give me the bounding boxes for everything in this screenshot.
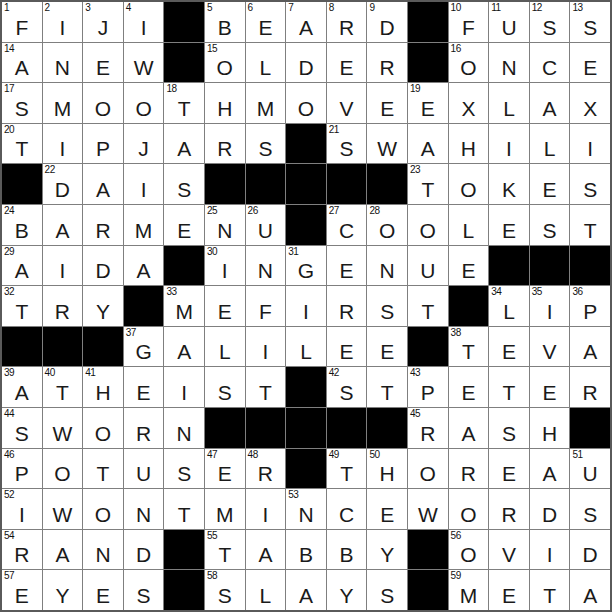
grid-cell[interactable]: E — [83, 570, 123, 610]
grid-cell[interactable]: A — [449, 408, 489, 448]
grid-cell[interactable]: W — [124, 43, 164, 83]
cell-letter: C — [327, 220, 367, 241]
grid-cell[interactable]: U — [408, 246, 448, 286]
grid-cell[interactable]: A — [83, 164, 123, 204]
grid-cell[interactable]: T — [164, 489, 204, 529]
black-cell — [408, 570, 448, 610]
grid-cell[interactable]: R — [124, 408, 164, 448]
cell-letter: U — [570, 463, 610, 484]
cell-letter: S — [246, 138, 286, 159]
grid-cell[interactable]: E — [449, 246, 489, 286]
cell-number: 22 — [45, 164, 55, 176]
grid-cell[interactable]: E — [367, 489, 407, 529]
grid-cell[interactable]: E — [367, 83, 407, 123]
grid-cell[interactable]: X — [449, 83, 489, 123]
grid-cell[interactable]: K — [489, 164, 529, 204]
grid-cell[interactable]: D — [570, 530, 610, 570]
grid-cell[interactable]: F — [246, 286, 286, 326]
cell-number: 18 — [166, 83, 176, 95]
cell-number: 33 — [166, 286, 176, 298]
black-cell — [408, 327, 448, 367]
grid-cell[interactable]: A — [164, 327, 204, 367]
grid-cell[interactable]: 41H — [83, 367, 123, 407]
crossword-grid: 1F2I3J4I5B6E7A8R9D10F11U12S13S14ANEW15OL… — [0, 0, 612, 612]
grid-cell[interactable]: E — [570, 43, 610, 83]
grid-cell[interactable]: E — [530, 164, 570, 204]
grid-cell[interactable]: Y — [367, 530, 407, 570]
cell-number: 5 — [207, 2, 212, 14]
grid-cell[interactable]: S — [205, 367, 245, 407]
cell-number: 37 — [126, 327, 136, 339]
grid-cell[interactable]: I — [43, 124, 83, 164]
grid-cell[interactable]: 45R — [408, 408, 448, 448]
grid-cell[interactable]: H — [530, 408, 570, 448]
grid-cell[interactable]: M — [124, 205, 164, 245]
grid-cell[interactable]: S — [164, 164, 204, 204]
cell-letter: F — [2, 17, 42, 38]
grid-cell[interactable]: W — [43, 489, 83, 529]
grid-cell[interactable]: 57E — [2, 570, 42, 610]
grid-cell[interactable]: T — [570, 205, 610, 245]
grid-cell[interactable]: I — [164, 367, 204, 407]
grid-cell[interactable]: I — [530, 530, 570, 570]
black-cell — [449, 286, 489, 326]
cell-number: 45 — [410, 408, 420, 420]
grid-cell[interactable]: V — [489, 530, 529, 570]
grid-cell[interactable]: 8R — [327, 2, 367, 42]
grid-cell[interactable]: I — [246, 489, 286, 529]
cell-letter: J — [124, 138, 164, 159]
grid-cell[interactable]: T — [408, 286, 448, 326]
grid-cell[interactable]: E — [327, 246, 367, 286]
grid-cell[interactable]: 55T — [205, 530, 245, 570]
grid-cell[interactable]: L — [286, 327, 326, 367]
grid-cell[interactable]: L — [205, 327, 245, 367]
grid-cell[interactable]: I — [570, 124, 610, 164]
black-cell — [246, 408, 286, 448]
black-cell — [408, 2, 448, 42]
cell-letter: T — [367, 382, 407, 403]
grid-cell[interactable]: E — [205, 286, 245, 326]
cell-letter: N — [367, 260, 407, 281]
grid-cell[interactable]: L — [246, 570, 286, 610]
grid-cell[interactable]: C — [327, 489, 367, 529]
grid-cell[interactable]: S — [164, 449, 204, 489]
grid-cell[interactable]: E — [327, 327, 367, 367]
grid-cell[interactable]: S — [570, 489, 610, 529]
grid-cell[interactable]: N — [246, 246, 286, 286]
cell-letter: P — [83, 138, 123, 159]
grid-cell[interactable]: 24B — [2, 205, 42, 245]
grid-cell[interactable]: A — [246, 530, 286, 570]
grid-cell[interactable]: W — [408, 489, 448, 529]
grid-cell[interactable]: T — [83, 449, 123, 489]
grid-cell[interactable]: 52I — [2, 489, 42, 529]
cell-letter: S — [2, 423, 42, 444]
cell-letter: M — [205, 504, 245, 525]
grid-cell[interactable]: L — [530, 124, 570, 164]
grid-cell[interactable]: E — [489, 205, 529, 245]
cell-letter: A — [43, 544, 83, 565]
cell-letter: N — [164, 423, 204, 444]
cell-letter: Y — [83, 301, 123, 322]
grid-cell[interactable]: N — [124, 489, 164, 529]
grid-cell[interactable]: H — [205, 83, 245, 123]
grid-cell[interactable]: L — [489, 83, 529, 123]
grid-cell[interactable]: E — [449, 367, 489, 407]
grid-cell[interactable]: O — [286, 83, 326, 123]
grid-cell[interactable]: E — [489, 327, 529, 367]
cell-letter: I — [2, 504, 42, 525]
cell-letter: O — [408, 463, 448, 484]
grid-cell[interactable]: D — [83, 246, 123, 286]
grid-cell[interactable]: L — [246, 43, 286, 83]
grid-cell[interactable]: C — [530, 43, 570, 83]
grid-cell[interactable]: O — [43, 449, 83, 489]
cell-letter: I — [124, 17, 164, 38]
grid-cell[interactable]: O — [408, 205, 448, 245]
grid-cell[interactable]: T — [367, 367, 407, 407]
grid-cell[interactable]: 47E — [205, 449, 245, 489]
grid-cell[interactable]: V — [327, 83, 367, 123]
grid-cell[interactable]: A — [124, 246, 164, 286]
black-cell — [286, 205, 326, 245]
cell-number: 31 — [288, 246, 298, 258]
grid-cell[interactable]: 44S — [2, 408, 42, 448]
cell-letter: S — [205, 382, 245, 403]
grid-cell[interactable]: 29A — [2, 246, 42, 286]
cell-letter: M — [164, 301, 204, 322]
grid-cell[interactable]: S — [367, 286, 407, 326]
cell-letter: F — [449, 17, 489, 38]
grid-cell[interactable]: D — [286, 43, 326, 83]
cell-letter: D — [43, 179, 83, 200]
grid-cell[interactable]: O — [124, 83, 164, 123]
grid-cell[interactable]: 9D — [367, 2, 407, 42]
grid-cell[interactable]: S — [570, 164, 610, 204]
grid-cell[interactable]: 43P — [408, 367, 448, 407]
grid-cell[interactable]: 11U — [489, 2, 529, 42]
grid-cell[interactable]: J — [124, 124, 164, 164]
grid-cell[interactable]: 21S — [327, 124, 367, 164]
cell-number: 44 — [4, 408, 14, 420]
grid-cell[interactable]: D — [124, 530, 164, 570]
grid-cell[interactable]: 50H — [367, 449, 407, 489]
grid-cell[interactable]: P — [83, 124, 123, 164]
grid-cell[interactable]: 46P — [2, 449, 42, 489]
grid-cell[interactable]: 59M — [449, 570, 489, 610]
grid-cell[interactable]: 16O — [449, 43, 489, 83]
grid-cell[interactable]: E — [489, 449, 529, 489]
grid-cell[interactable]: O — [83, 408, 123, 448]
cell-letter: R — [2, 544, 42, 565]
cell-letter: E — [489, 341, 529, 362]
grid-cell[interactable]: S — [367, 570, 407, 610]
grid-cell[interactable]: T — [246, 367, 286, 407]
cell-letter: E — [83, 57, 123, 78]
cell-letter: Y — [43, 585, 83, 606]
grid-cell[interactable]: 5B — [205, 2, 245, 42]
cell-letter: I — [246, 341, 286, 362]
cell-number: 58 — [207, 570, 217, 582]
cell-number: 32 — [4, 286, 14, 298]
cell-letter: I — [164, 382, 204, 403]
cell-letter: T — [246, 382, 286, 403]
grid-cell[interactable]: A — [408, 124, 448, 164]
grid-cell[interactable]: N — [43, 43, 83, 83]
cell-letter: R — [327, 301, 367, 322]
grid-cell[interactable]: A — [43, 530, 83, 570]
cell-letter: L — [205, 341, 245, 362]
grid-cell[interactable]: 58S — [205, 570, 245, 610]
cell-letter: A — [449, 423, 489, 444]
cell-letter: I — [530, 544, 570, 565]
grid-cell[interactable]: 22D — [43, 164, 83, 204]
cell-letter: N — [83, 544, 123, 565]
grid-cell[interactable]: E — [83, 43, 123, 83]
grid-cell[interactable]: 17S — [2, 83, 42, 123]
grid-cell[interactable]: R — [83, 205, 123, 245]
grid-cell[interactable]: L — [449, 205, 489, 245]
black-cell — [367, 164, 407, 204]
grid-cell[interactable]: Y — [327, 570, 367, 610]
cell-letter: D — [367, 17, 407, 38]
grid-cell[interactable]: R — [570, 367, 610, 407]
grid-cell[interactable]: X — [570, 83, 610, 123]
grid-cell[interactable]: 56O — [449, 530, 489, 570]
cell-letter: G — [124, 341, 164, 362]
grid-cell[interactable]: 54R — [2, 530, 42, 570]
grid-cell[interactable]: 48R — [246, 449, 286, 489]
grid-cell[interactable]: A — [43, 205, 83, 245]
grid-cell[interactable]: A — [530, 83, 570, 123]
cell-letter: R — [489, 504, 529, 525]
grid-cell[interactable]: N — [83, 530, 123, 570]
cell-number: 54 — [4, 530, 14, 542]
grid-cell[interactable]: W — [367, 124, 407, 164]
grid-cell[interactable]: 49T — [327, 449, 367, 489]
grid-cell[interactable]: 37G — [124, 327, 164, 367]
cell-letter: T — [43, 382, 83, 403]
grid-cell[interactable]: V — [530, 327, 570, 367]
grid-cell[interactable]: 25N — [205, 205, 245, 245]
grid-cell[interactable]: E — [489, 570, 529, 610]
cell-letter: E — [327, 57, 367, 78]
grid-cell[interactable]: N — [367, 246, 407, 286]
grid-cell[interactable]: I — [43, 246, 83, 286]
grid-cell[interactable]: S — [124, 570, 164, 610]
cell-letter: T — [164, 98, 204, 119]
grid-cell[interactable]: A — [570, 327, 610, 367]
cell-number: 27 — [329, 205, 339, 217]
grid-cell[interactable]: 7A — [286, 2, 326, 42]
grid-cell[interactable]: 1F — [2, 2, 42, 42]
cell-letter: A — [570, 341, 610, 362]
grid-cell[interactable]: Y — [83, 286, 123, 326]
grid-cell[interactable]: 10F — [449, 2, 489, 42]
grid-cell[interactable]: O — [449, 489, 489, 529]
grid-cell[interactable]: R — [43, 286, 83, 326]
cell-number: 28 — [369, 205, 379, 217]
grid-cell[interactable]: 26U — [246, 205, 286, 245]
black-cell — [408, 530, 448, 570]
grid-cell[interactable]: 30I — [205, 246, 245, 286]
grid-cell[interactable]: U — [124, 449, 164, 489]
grid-cell[interactable]: W — [43, 408, 83, 448]
grid-cell[interactable]: R — [327, 286, 367, 326]
grid-cell[interactable]: I — [286, 286, 326, 326]
grid-cell[interactable]: 27C — [327, 205, 367, 245]
grid-cell[interactable]: O — [408, 449, 448, 489]
grid-cell[interactable]: B — [327, 530, 367, 570]
cell-number: 30 — [207, 246, 217, 258]
cell-letter: P — [570, 301, 610, 322]
grid-cell[interactable]: 6E — [246, 2, 286, 42]
cell-letter: F — [246, 301, 286, 322]
grid-cell[interactable]: 20T — [2, 124, 42, 164]
grid-cell[interactable]: O — [449, 164, 489, 204]
cell-letter: N — [286, 504, 326, 525]
cell-letter: A — [83, 179, 123, 200]
cell-letter: A — [2, 57, 42, 78]
grid-cell[interactable]: O — [83, 83, 123, 123]
grid-cell[interactable]: R — [205, 124, 245, 164]
cell-letter: T — [2, 301, 42, 322]
cell-letter: I — [286, 301, 326, 322]
cell-letter: G — [286, 260, 326, 281]
cell-letter: N — [124, 504, 164, 525]
grid-cell[interactable]: N — [164, 408, 204, 448]
cell-letter: B — [2, 220, 42, 241]
grid-cell[interactable]: T — [489, 367, 529, 407]
grid-cell[interactable]: M — [246, 83, 286, 123]
grid-cell[interactable]: D — [530, 489, 570, 529]
cell-number: 55 — [207, 530, 217, 542]
cell-number: 38 — [451, 327, 461, 339]
cell-letter: L — [246, 585, 286, 606]
grid-cell[interactable]: 28O — [367, 205, 407, 245]
cell-number: 50 — [369, 449, 379, 461]
cell-letter: K — [489, 179, 529, 200]
grid-cell[interactable]: O — [83, 489, 123, 529]
cell-letter: E — [367, 98, 407, 119]
grid-cell[interactable]: B — [286, 530, 326, 570]
grid-cell[interactable]: S — [246, 124, 286, 164]
cell-letter: E — [164, 220, 204, 241]
cell-number: 21 — [329, 124, 339, 136]
grid-cell[interactable]: S — [489, 408, 529, 448]
grid-cell[interactable]: R — [489, 489, 529, 529]
cell-letter: U — [124, 463, 164, 484]
cell-number: 49 — [329, 449, 339, 461]
grid-cell[interactable]: 34L — [489, 286, 529, 326]
grid-cell[interactable]: S — [530, 205, 570, 245]
grid-cell[interactable]: A — [164, 124, 204, 164]
grid-cell[interactable]: I — [246, 327, 286, 367]
cell-letter: E — [367, 504, 407, 525]
grid-cell[interactable]: M — [43, 83, 83, 123]
cell-letter: I — [124, 179, 164, 200]
grid-cell[interactable]: E — [164, 205, 204, 245]
grid-cell[interactable]: I — [489, 124, 529, 164]
cell-letter: L — [246, 57, 286, 78]
cell-letter: D — [530, 504, 570, 525]
black-cell — [246, 164, 286, 204]
cell-letter: E — [367, 341, 407, 362]
cell-letter: H — [205, 98, 245, 119]
cell-letter: V — [530, 341, 570, 362]
grid-cell[interactable]: 35I — [530, 286, 570, 326]
cell-letter: A — [2, 260, 42, 281]
grid-cell[interactable]: A — [530, 449, 570, 489]
cell-letter: H — [449, 138, 489, 159]
grid-cell[interactable]: 19E — [408, 83, 448, 123]
cell-letter: E — [327, 341, 367, 362]
cell-letter: D — [124, 544, 164, 565]
grid-cell[interactable]: 13S — [570, 2, 610, 42]
grid-cell[interactable]: 23T — [408, 164, 448, 204]
grid-cell[interactable]: E — [530, 367, 570, 407]
grid-cell[interactable]: A — [286, 570, 326, 610]
grid-cell[interactable]: E — [124, 367, 164, 407]
grid-cell[interactable]: E — [367, 327, 407, 367]
grid-cell[interactable]: 2I — [43, 2, 83, 42]
grid-cell[interactable]: 36P — [570, 286, 610, 326]
grid-cell[interactable]: I — [124, 164, 164, 204]
grid-cell[interactable]: 33M — [164, 286, 204, 326]
grid-cell[interactable]: Y — [43, 570, 83, 610]
grid-cell[interactable]: 53N — [286, 489, 326, 529]
grid-cell[interactable]: R — [367, 43, 407, 83]
grid-cell[interactable]: 15O — [205, 43, 245, 83]
black-cell — [164, 246, 204, 286]
grid-cell[interactable]: 14A — [2, 43, 42, 83]
grid-cell[interactable]: H — [449, 124, 489, 164]
grid-cell[interactable]: E — [327, 43, 367, 83]
cell-letter: L — [286, 341, 326, 362]
cell-letter: T — [2, 138, 42, 159]
grid-cell[interactable]: 18T — [164, 83, 204, 123]
cell-letter: S — [2, 98, 42, 119]
black-cell — [286, 164, 326, 204]
grid-cell[interactable]: 38T — [449, 327, 489, 367]
grid-cell[interactable]: N — [489, 43, 529, 83]
grid-cell[interactable]: A — [570, 570, 610, 610]
grid-cell[interactable]: 39A — [2, 367, 42, 407]
grid-cell[interactable]: M — [205, 489, 245, 529]
cell-letter: S — [489, 423, 529, 444]
cell-letter: U — [246, 220, 286, 241]
grid-cell[interactable]: 32T — [2, 286, 42, 326]
cell-letter: S — [367, 301, 407, 322]
cell-number: 43 — [410, 367, 420, 379]
cell-letter: V — [327, 98, 367, 119]
grid-cell[interactable]: 3J — [83, 2, 123, 42]
cell-letter: P — [2, 463, 42, 484]
cell-number: 14 — [4, 43, 14, 55]
grid-cell[interactable]: 40T — [43, 367, 83, 407]
grid-cell[interactable]: 12S — [530, 2, 570, 42]
grid-cell[interactable]: 31G — [286, 246, 326, 286]
grid-cell[interactable]: 42S — [327, 367, 367, 407]
cell-number: 36 — [572, 286, 582, 298]
grid-cell[interactable]: T — [530, 570, 570, 610]
cell-number: 6 — [248, 2, 253, 14]
grid-cell[interactable]: 51U — [570, 449, 610, 489]
grid-cell[interactable]: R — [449, 449, 489, 489]
grid-cell[interactable]: 4I — [124, 2, 164, 42]
cell-letter: X — [570, 98, 610, 119]
